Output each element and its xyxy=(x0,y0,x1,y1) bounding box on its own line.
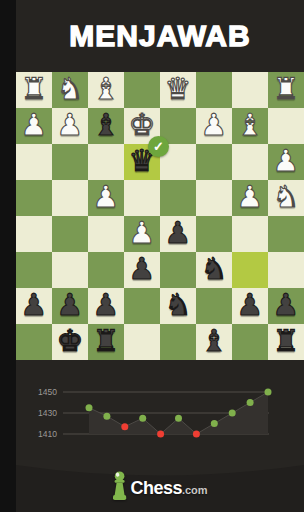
square-e5[interactable]: ♟ xyxy=(124,216,160,252)
black-pawn: ♟ xyxy=(21,287,48,323)
white-queen: ♛ xyxy=(165,71,192,107)
black-pawn: ♟ xyxy=(237,287,264,323)
square-a5[interactable] xyxy=(268,216,304,252)
black-king: ♚ xyxy=(57,323,84,359)
white-pawn: ♟ xyxy=(201,107,228,143)
square-a8[interactable]: ♜ xyxy=(268,324,304,360)
square-e4[interactable] xyxy=(124,180,160,216)
correct-move-badge: ✓ xyxy=(148,136,169,157)
pawn-logo-icon xyxy=(112,471,128,501)
square-c8[interactable]: ♝ xyxy=(196,324,232,360)
square-f7[interactable]: ♟ xyxy=(88,288,124,324)
white-pawn: ♟ xyxy=(273,143,300,179)
ytick-label-1430: 1430 xyxy=(38,408,57,418)
white-bishop: ♝ xyxy=(237,107,264,143)
white-pawn: ♟ xyxy=(129,215,156,251)
chesscom-logo[interactable]: Chess .com xyxy=(16,471,304,501)
rating-point-win xyxy=(175,415,182,422)
white-pawn: ♟ xyxy=(237,179,264,215)
black-rook: ♜ xyxy=(93,323,120,359)
rating-point-win xyxy=(86,404,93,411)
square-b8[interactable] xyxy=(232,324,268,360)
square-h6[interactable] xyxy=(16,252,52,288)
square-a3[interactable]: ♟ xyxy=(268,144,304,180)
rating-point-win xyxy=(229,410,236,417)
square-g7[interactable]: ♟ xyxy=(52,288,88,324)
square-b5[interactable] xyxy=(232,216,268,252)
square-h3[interactable] xyxy=(16,144,52,180)
square-a4[interactable]: ♞ xyxy=(268,180,304,216)
square-f3[interactable] xyxy=(88,144,124,180)
square-h7[interactable]: ♟ xyxy=(16,288,52,324)
white-bishop: ♝ xyxy=(93,71,120,107)
white-pawn: ♟ xyxy=(93,179,120,215)
square-a1[interactable]: ♜ xyxy=(268,72,304,108)
logo-suffix: .com xyxy=(182,485,208,501)
rating-point-win xyxy=(211,420,218,427)
rating-point-win xyxy=(139,415,146,422)
square-e8[interactable] xyxy=(124,324,160,360)
black-knight: ♞ xyxy=(165,287,192,323)
rating-point-win xyxy=(247,399,254,406)
square-f2[interactable]: ♝ xyxy=(88,108,124,144)
ytick-label-1410: 1410 xyxy=(38,429,57,439)
white-knight: ♞ xyxy=(273,179,300,215)
square-h8[interactable] xyxy=(16,324,52,360)
square-g1[interactable]: ♞ xyxy=(52,72,88,108)
rating-point-win xyxy=(265,389,272,396)
square-f1[interactable]: ♝ xyxy=(88,72,124,108)
square-c4[interactable] xyxy=(196,180,232,216)
page-title: MENJAWAB xyxy=(69,19,250,53)
white-rook: ♜ xyxy=(273,71,300,107)
square-e6[interactable]: ♟ xyxy=(124,252,160,288)
square-h4[interactable] xyxy=(16,180,52,216)
title-bar: MENJAWAB xyxy=(16,0,304,72)
rating-chart-svg: 145014301410 xyxy=(16,360,304,460)
rating-point-loss xyxy=(193,431,200,438)
black-rook: ♜ xyxy=(273,323,300,359)
chess-board[interactable]: ✓ ♜♞♝♛♜♟♟♝♚♟♝♛♟♟♟♞♟♟♟♞♟♟♟♞♟♟♚♜♝♜ xyxy=(16,72,304,360)
square-d7[interactable]: ♞ xyxy=(160,288,196,324)
square-d6[interactable] xyxy=(160,252,196,288)
logo-text: Chess xyxy=(130,479,182,501)
square-g5[interactable] xyxy=(52,216,88,252)
square-d4[interactable] xyxy=(160,180,196,216)
rating-chart: 145014301410 xyxy=(16,360,304,460)
square-c3[interactable] xyxy=(196,144,232,180)
square-b7[interactable]: ♟ xyxy=(232,288,268,324)
square-c5[interactable] xyxy=(196,216,232,252)
rating-point-win xyxy=(103,413,110,420)
check-icon: ✓ xyxy=(153,140,164,153)
square-e1[interactable] xyxy=(124,72,160,108)
square-a6[interactable] xyxy=(268,252,304,288)
black-pawn: ♟ xyxy=(165,215,192,251)
square-c2[interactable]: ♟ xyxy=(196,108,232,144)
square-e7[interactable] xyxy=(124,288,160,324)
black-bishop: ♝ xyxy=(93,107,120,143)
white-pawn: ♟ xyxy=(21,107,48,143)
square-g2[interactable]: ♟ xyxy=(52,108,88,144)
black-pawn: ♟ xyxy=(273,287,300,323)
square-b1[interactable] xyxy=(232,72,268,108)
square-d5[interactable]: ♟ xyxy=(160,216,196,252)
rating-point-loss xyxy=(121,423,128,430)
square-g3[interactable] xyxy=(52,144,88,180)
square-h2[interactable]: ♟ xyxy=(16,108,52,144)
rating-point-loss xyxy=(157,431,164,438)
square-b4[interactable]: ♟ xyxy=(232,180,268,216)
ytick-label-1450: 1450 xyxy=(38,387,57,397)
square-b3[interactable] xyxy=(232,144,268,180)
white-rook: ♜ xyxy=(21,71,48,107)
square-h5[interactable] xyxy=(16,216,52,252)
square-h1[interactable]: ♜ xyxy=(16,72,52,108)
square-g4[interactable] xyxy=(52,180,88,216)
square-a7[interactable]: ♟ xyxy=(268,288,304,324)
square-a2[interactable] xyxy=(268,108,304,144)
black-bishop: ♝ xyxy=(201,323,228,359)
square-g8[interactable]: ♚ xyxy=(52,324,88,360)
black-pawn: ♟ xyxy=(129,251,156,287)
square-b2[interactable]: ♝ xyxy=(232,108,268,144)
square-b6[interactable] xyxy=(232,252,268,288)
square-d1[interactable]: ♛ xyxy=(160,72,196,108)
screenshot-root: MENJAWAB ✓ ♜♞♝♛♜♟♟♝♚♟♝♛♟♟♟♞♟♟♟♞♟♟♟♞♟♟♚♜♝… xyxy=(16,0,304,512)
square-f6[interactable] xyxy=(88,252,124,288)
square-f5[interactable] xyxy=(88,216,124,252)
square-c6[interactable]: ♞ xyxy=(196,252,232,288)
square-d8[interactable] xyxy=(160,324,196,360)
white-pawn: ♟ xyxy=(57,107,84,143)
footer: Chess .com xyxy=(16,460,304,512)
square-g6[interactable] xyxy=(52,252,88,288)
square-f4[interactable]: ♟ xyxy=(88,180,124,216)
white-knight: ♞ xyxy=(57,71,84,107)
black-knight: ♞ xyxy=(201,251,228,287)
black-pawn: ♟ xyxy=(93,287,120,323)
black-pawn: ♟ xyxy=(57,287,84,323)
square-f8[interactable]: ♜ xyxy=(88,324,124,360)
square-c1[interactable] xyxy=(196,72,232,108)
square-c7[interactable] xyxy=(196,288,232,324)
